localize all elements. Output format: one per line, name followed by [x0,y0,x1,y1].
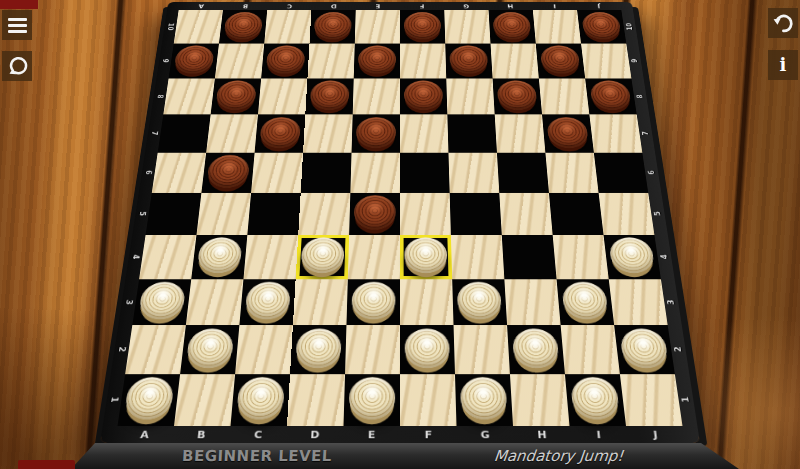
square-d10[interactable] [309,10,355,43]
square-h8[interactable] [493,78,542,114]
square-h7[interactable] [495,115,546,153]
red-banner-bottom-left [18,460,75,469]
square-b3[interactable] [186,279,244,325]
white-checker-d2[interactable] [295,328,341,368]
white-checker-e1[interactable] [349,377,395,419]
square-i5[interactable] [549,193,604,235]
square-a5[interactable] [146,193,202,235]
white-checker-b2[interactable] [186,328,235,368]
square-j10[interactable] [577,10,626,43]
square-a8[interactable] [163,78,215,114]
status-bar: BEGINNER LEVEL Mandatory Jump! [0,443,800,469]
file-top-f: F [400,2,444,10]
white-checker-f4[interactable] [405,237,448,273]
square-a7[interactable] [158,115,211,153]
dark-checker-e7[interactable] [356,117,396,148]
square-e8[interactable] [353,78,400,114]
square-f10[interactable] [400,10,445,43]
white-checker-c3[interactable] [245,282,291,320]
dark-checker-g9[interactable] [449,45,488,74]
square-f1[interactable] [400,374,457,426]
square-b10[interactable] [219,10,267,43]
file-bottom-c: C [229,426,287,443]
dark-checker-j10[interactable] [581,12,621,39]
dark-checker-f8[interactable] [404,80,443,110]
square-g7[interactable] [447,115,497,153]
square-f8[interactable] [400,78,447,114]
square-g10[interactable] [444,10,490,43]
square-g2[interactable] [454,325,510,374]
square-f3[interactable] [400,279,454,325]
square-d3[interactable] [293,279,348,325]
level-label: BEGINNER LEVEL [182,447,333,465]
square-f5[interactable] [400,193,451,235]
square-c1[interactable] [230,374,290,426]
rotate-button[interactable] [2,51,32,81]
square-e9[interactable] [354,43,400,78]
mandatory-jump-message: Mandatory Jump! [493,447,624,465]
file-top-a: A [179,2,224,10]
square-h4[interactable] [502,235,557,279]
square-d6[interactable] [301,153,352,193]
dark-checker-b10[interactable] [224,12,263,39]
dark-checker-d8[interactable] [310,80,350,110]
square-a3[interactable] [132,279,191,325]
square-h6[interactable] [497,153,549,193]
square-j6[interactable] [594,153,648,193]
hamburger-icon [8,18,27,33]
square-b4[interactable] [191,235,247,279]
square-c10[interactable] [264,10,311,43]
file-bottom-d: D [286,426,343,443]
square-d8[interactable] [305,78,353,114]
square-f7[interactable] [400,115,448,153]
square-i7[interactable] [542,115,594,153]
white-checker-d4[interactable] [301,237,345,273]
square-e6[interactable] [350,153,400,193]
dark-checker-j8[interactable] [590,80,632,110]
file-top-h: H [488,2,533,10]
dark-checker-d10[interactable] [314,12,352,39]
file-top-i: I [532,2,577,10]
square-i1[interactable] [565,374,626,426]
square-d2[interactable] [290,325,346,374]
square-e10[interactable] [355,10,400,43]
square-a10[interactable] [174,10,223,43]
square-c7[interactable] [255,115,306,153]
dark-checker-e9[interactable] [358,45,396,74]
square-d9[interactable] [307,43,354,78]
board-grid [117,10,682,426]
white-checker-h2[interactable] [512,328,559,368]
square-h3[interactable] [504,279,560,325]
square-a6[interactable] [152,153,206,193]
file-bottom-e: E [343,426,400,443]
square-g1[interactable] [455,374,513,426]
square-b1[interactable] [174,374,235,426]
file-bottom-g: G [457,426,514,443]
square-d4[interactable] [296,235,349,279]
dark-checker-i9[interactable] [540,45,580,74]
white-checker-g1[interactable] [460,377,508,419]
square-a1[interactable] [117,374,180,426]
square-f9[interactable] [400,43,446,78]
square-c6[interactable] [251,153,303,193]
white-checker-a3[interactable] [138,282,186,320]
white-checker-g3[interactable] [457,282,502,320]
file-top-c: C [267,2,312,10]
white-checker-c1[interactable] [236,377,285,419]
square-h10[interactable] [489,10,536,43]
square-i3[interactable] [557,279,615,325]
dark-checker-b6[interactable] [206,155,250,188]
dark-checker-h10[interactable] [493,12,532,39]
undo-icon [771,11,795,35]
file-top-d: D [311,2,356,10]
file-labels-top: ABCDEFGHIJ [179,2,622,10]
square-g5[interactable] [450,193,502,235]
square-f4[interactable] [400,235,452,279]
file-top-g: G [444,2,489,10]
square-j5[interactable] [599,193,655,235]
rotate-icon [6,55,28,77]
square-b8[interactable] [211,78,262,114]
file-bottom-a: A [115,426,174,443]
square-h5[interactable] [499,193,552,235]
white-checker-j4[interactable] [608,237,655,273]
square-c3[interactable] [239,279,295,325]
red-banner-top-left [0,0,38,9]
white-checker-i3[interactable] [561,282,608,320]
undo-button[interactable] [768,8,798,38]
square-g9[interactable] [445,43,492,78]
square-i8[interactable] [539,78,590,114]
square-e5[interactable] [349,193,400,235]
square-f6[interactable] [400,153,450,193]
dark-checker-h8[interactable] [497,80,538,110]
file-top-j: J [576,2,621,10]
square-b9[interactable] [215,43,264,78]
dark-checker-c7[interactable] [259,117,301,148]
square-a9[interactable] [169,43,219,78]
dark-checker-a9[interactable] [173,45,214,74]
dark-checker-f10[interactable] [404,12,441,39]
square-a2[interactable] [125,325,186,374]
square-e2[interactable] [345,325,400,374]
square-j1[interactable] [620,374,683,426]
square-b2[interactable] [180,325,239,374]
file-bottom-j: J [626,426,685,443]
square-c2[interactable] [235,325,293,374]
checkers-board: ABCDEFGHIJ ABCDEFGHIJ 10987654321 109876… [100,2,700,443]
dark-checker-c9[interactable] [266,45,306,74]
square-j8[interactable] [585,78,637,114]
file-labels-bottom: ABCDEFGHIJ [115,426,685,443]
square-h2[interactable] [507,325,565,374]
square-d7[interactable] [303,115,353,153]
square-i10[interactable] [533,10,581,43]
square-h1[interactable] [510,374,570,426]
square-c9[interactable] [261,43,309,78]
white-checker-j2[interactable] [619,328,669,368]
dark-checker-e5[interactable] [354,195,396,229]
white-checker-e3[interactable] [351,282,395,320]
square-g3[interactable] [452,279,507,325]
square-d5[interactable] [298,193,350,235]
white-checker-i1[interactable] [570,377,620,419]
square-j2[interactable] [614,325,675,374]
file-bottom-f: F [400,426,457,443]
dark-checker-i7[interactable] [546,117,588,148]
square-b7[interactable] [206,115,258,153]
square-i2[interactable] [561,325,620,374]
square-a4[interactable] [139,235,196,279]
file-bottom-b: B [172,426,230,443]
file-bottom-h: H [513,426,571,443]
menu-button[interactable] [2,10,32,40]
file-top-b: B [223,2,268,10]
square-g6[interactable] [448,153,499,193]
square-e7[interactable] [352,115,400,153]
square-b6[interactable] [201,153,254,193]
square-g4[interactable] [451,235,504,279]
info-icon: i [780,56,787,74]
square-c5[interactable] [247,193,300,235]
white-checker-f2[interactable] [405,328,450,368]
square-e3[interactable] [346,279,400,325]
square-i6[interactable] [545,153,598,193]
square-j4[interactable] [604,235,661,279]
square-c4[interactable] [243,235,298,279]
white-checker-a1[interactable] [124,377,175,419]
white-checker-b4[interactable] [197,237,243,273]
square-c8[interactable] [258,78,307,114]
square-f2[interactable] [400,325,455,374]
square-h9[interactable] [491,43,539,78]
square-j9[interactable] [581,43,631,78]
checkers-app: i ABCDEFGHIJ ABCDEFGHIJ 10987654321 1098… [0,0,800,469]
square-e1[interactable] [343,374,400,426]
square-d1[interactable] [287,374,345,426]
square-g8[interactable] [446,78,494,114]
square-b5[interactable] [196,193,251,235]
info-button[interactable]: i [768,50,798,80]
square-e4[interactable] [348,235,400,279]
dark-checker-b8[interactable] [215,80,256,110]
square-i9[interactable] [536,43,585,78]
square-j7[interactable] [589,115,642,153]
square-i4[interactable] [553,235,609,279]
file-top-e: E [356,2,400,10]
file-bottom-i: I [570,426,628,443]
square-j3[interactable] [609,279,668,325]
